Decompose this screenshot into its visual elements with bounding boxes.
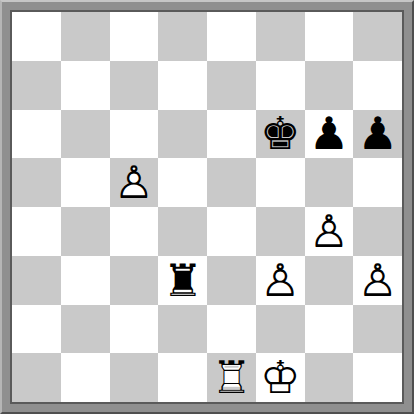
square-g8[interactable] [305, 12, 354, 61]
square-h1[interactable] [353, 353, 402, 402]
white-king-piece: ♚♔ [260, 355, 300, 400]
square-e4[interactable] [207, 207, 256, 256]
square-f4[interactable] [256, 207, 305, 256]
square-h5[interactable] [353, 158, 402, 207]
white-rook-piece: ♜♖ [211, 355, 251, 400]
black-pawn-glyph: ♟ [309, 110, 349, 159]
square-f1[interactable]: ♚♔ [256, 353, 305, 402]
black-king-glyph: ♚ [260, 110, 300, 159]
square-a1[interactable] [12, 353, 61, 402]
square-c3[interactable] [110, 256, 159, 305]
square-e6[interactable] [207, 110, 256, 159]
square-h4[interactable] [353, 207, 402, 256]
square-c1[interactable] [110, 353, 159, 402]
square-a3[interactable] [12, 256, 61, 305]
white-rook-glyph: ♖ [211, 353, 251, 402]
square-d2[interactable] [158, 305, 207, 354]
square-d4[interactable] [158, 207, 207, 256]
square-f6[interactable]: ♚ [256, 110, 305, 159]
square-f5[interactable] [256, 158, 305, 207]
square-g7[interactable] [305, 61, 354, 110]
white-king-glyph: ♔ [260, 353, 300, 402]
square-b5[interactable] [61, 158, 110, 207]
square-d8[interactable] [158, 12, 207, 61]
black-king-piece: ♚ [260, 111, 300, 156]
square-c5[interactable]: ♟♙ [110, 158, 159, 207]
square-c6[interactable] [110, 110, 159, 159]
square-d5[interactable] [158, 158, 207, 207]
square-d7[interactable] [158, 61, 207, 110]
black-pawn-glyph: ♟ [357, 110, 397, 159]
square-c2[interactable] [110, 305, 159, 354]
square-h6[interactable]: ♟ [353, 110, 402, 159]
square-e3[interactable] [207, 256, 256, 305]
white-pawn-piece: ♟♙ [260, 258, 300, 303]
square-b6[interactable] [61, 110, 110, 159]
white-pawn-glyph: ♙ [114, 158, 154, 207]
square-h2[interactable] [353, 305, 402, 354]
square-g5[interactable] [305, 158, 354, 207]
square-a7[interactable] [12, 61, 61, 110]
square-e2[interactable] [207, 305, 256, 354]
square-a8[interactable] [12, 12, 61, 61]
square-g2[interactable] [305, 305, 354, 354]
black-pawn-piece: ♟ [309, 111, 349, 156]
white-pawn-glyph: ♙ [260, 256, 300, 305]
square-d6[interactable] [158, 110, 207, 159]
white-pawn-piece: ♟♙ [114, 160, 154, 205]
square-b3[interactable] [61, 256, 110, 305]
square-f2[interactable] [256, 305, 305, 354]
chess-board: ♚♟♟♟♙♟♙♜♟♙♟♙♜♖♚♔ [10, 10, 404, 404]
square-b4[interactable] [61, 207, 110, 256]
square-b2[interactable] [61, 305, 110, 354]
black-rook-piece: ♜ [162, 258, 202, 303]
square-g1[interactable] [305, 353, 354, 402]
white-pawn-piece: ♟♙ [309, 209, 349, 254]
white-pawn-glyph: ♙ [357, 256, 397, 305]
square-a5[interactable] [12, 158, 61, 207]
square-e7[interactable] [207, 61, 256, 110]
square-h3[interactable]: ♟♙ [353, 256, 402, 305]
square-a2[interactable] [12, 305, 61, 354]
square-f8[interactable] [256, 12, 305, 61]
square-g4[interactable]: ♟♙ [305, 207, 354, 256]
black-pawn-piece: ♟ [357, 111, 397, 156]
square-f3[interactable]: ♟♙ [256, 256, 305, 305]
square-b7[interactable] [61, 61, 110, 110]
square-e1[interactable]: ♜♖ [207, 353, 256, 402]
square-c7[interactable] [110, 61, 159, 110]
white-pawn-piece: ♟♙ [357, 258, 397, 303]
square-d1[interactable] [158, 353, 207, 402]
square-a6[interactable] [12, 110, 61, 159]
square-h7[interactable] [353, 61, 402, 110]
square-b1[interactable] [61, 353, 110, 402]
square-e8[interactable] [207, 12, 256, 61]
white-pawn-glyph: ♙ [309, 207, 349, 256]
square-c4[interactable] [110, 207, 159, 256]
square-a4[interactable] [12, 207, 61, 256]
square-b8[interactable] [61, 12, 110, 61]
square-g3[interactable] [305, 256, 354, 305]
square-f7[interactable] [256, 61, 305, 110]
square-e5[interactable] [207, 158, 256, 207]
black-rook-glyph: ♜ [162, 256, 202, 305]
square-g6[interactable]: ♟ [305, 110, 354, 159]
square-d3[interactable]: ♜ [158, 256, 207, 305]
square-c8[interactable] [110, 12, 159, 61]
chess-board-frame: ♚♟♟♟♙♟♙♜♟♙♟♙♜♖♚♔ [0, 0, 414, 414]
square-h8[interactable] [353, 12, 402, 61]
